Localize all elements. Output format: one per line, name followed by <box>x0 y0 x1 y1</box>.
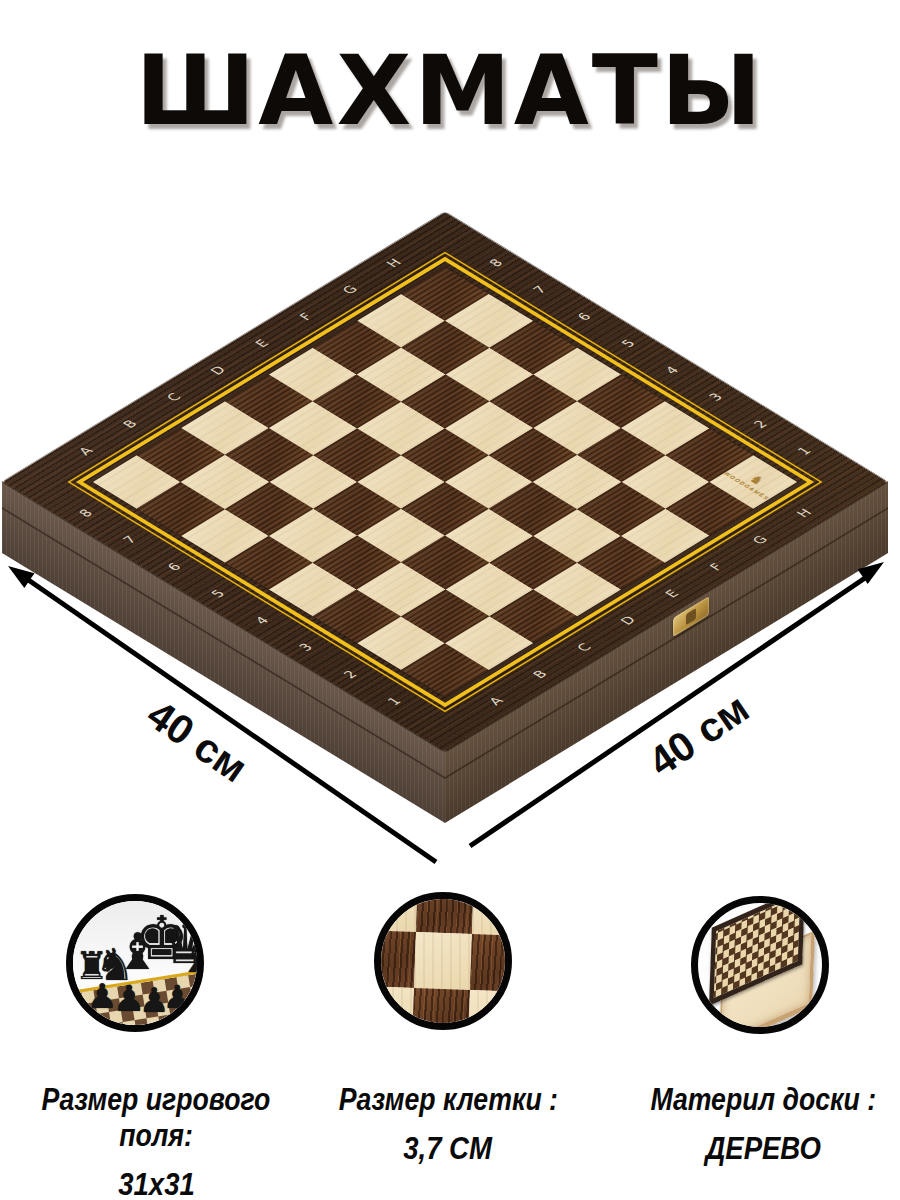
coord-label-6: 6 <box>164 561 185 574</box>
coord-label-7: 7 <box>120 534 141 547</box>
coord-label-E: E <box>662 587 683 600</box>
coord-label-E: E <box>252 337 273 350</box>
caption-cell-size: Размер клетки : 3,7 СМ <box>318 1082 578 1167</box>
inset-chess-pieces-photo: ♜♞♝♚♛♝♟♟♟♟ <box>66 894 204 1032</box>
coord-label-D: D <box>617 614 639 628</box>
caption-cell-size-label: Размер клетки : <box>338 1082 557 1118</box>
product-page: ШАХМАТЫ ♞WOODGAMES AA88BB77CC66DD55EE44F… <box>0 0 900 1200</box>
coord-label-H: H <box>793 506 815 519</box>
coord-label-2: 2 <box>750 418 771 431</box>
coord-label-C: C <box>573 641 594 654</box>
caption-field-size-value: 31х31 <box>118 1166 195 1200</box>
coord-label-H: H <box>383 256 405 269</box>
cells-3x3-grid <box>374 892 512 1030</box>
inset-piece: ♟ <box>163 981 192 1013</box>
coord-label-F: F <box>296 311 316 323</box>
coord-label-1: 1 <box>794 445 815 458</box>
coord-label-3: 3 <box>296 641 317 654</box>
coord-label-8: 8 <box>76 507 97 520</box>
coord-label-A: A <box>75 444 96 457</box>
inset-cells-closeup <box>374 892 512 1030</box>
inset-piece: ♝ <box>179 935 204 979</box>
light-cell <box>374 986 414 1030</box>
chess-board-scene: ♞WOODGAMES AA88BB77CC66DD55EE44FF33GG22H… <box>0 0 900 900</box>
coord-label-F: F <box>706 561 726 573</box>
coord-label-8: 8 <box>486 257 507 270</box>
caption-material: Материл доски : ДЕРЕВО <box>626 1082 900 1167</box>
coord-label-3: 3 <box>706 391 727 404</box>
coord-label-6: 6 <box>574 310 595 323</box>
coord-label-1: 1 <box>384 695 405 708</box>
coord-label-G: G <box>339 283 361 297</box>
light-cell <box>468 990 512 1030</box>
coord-label-C: C <box>163 391 184 404</box>
coord-label-2: 2 <box>340 668 361 681</box>
light-cell <box>414 932 472 990</box>
dark-cell <box>374 930 416 988</box>
coord-label-4: 4 <box>662 364 683 377</box>
dark-cell <box>416 892 474 934</box>
caption-material-value: ДЕРЕВО <box>705 1130 821 1167</box>
dark-cell <box>412 988 470 1030</box>
caption-cell-size-value: 3,7 СМ <box>404 1130 493 1167</box>
coord-label-B: B <box>119 418 140 431</box>
caption-field-size: Размер игрового поля: 31х31 <box>4 1082 308 1200</box>
coord-label-A: A <box>485 695 506 708</box>
coord-label-G: G <box>749 533 771 547</box>
caption-material-label: Материл доски : <box>650 1082 876 1118</box>
coord-label-7: 7 <box>530 283 551 296</box>
coord-label-B: B <box>529 668 550 681</box>
caption-field-size-label: Размер игрового поля: <box>25 1082 286 1154</box>
inset-open-box <box>691 896 829 1034</box>
coord-label-5: 5 <box>208 587 229 600</box>
coord-label-5: 5 <box>618 337 639 350</box>
coord-label-D: D <box>207 364 229 378</box>
dark-cell <box>470 934 512 992</box>
coord-label-4: 4 <box>252 614 273 627</box>
